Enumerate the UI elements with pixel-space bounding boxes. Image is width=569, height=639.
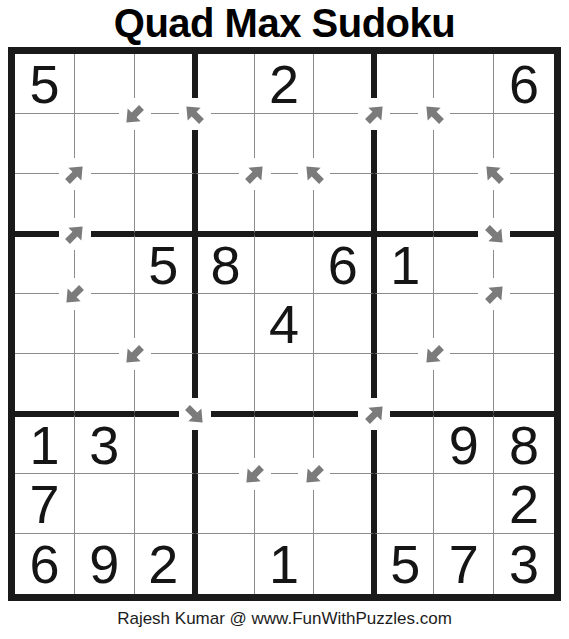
cell-r8c8[interactable]: [434, 474, 494, 534]
cell-r1c9[interactable]: 6: [494, 54, 554, 114]
cell-r7c1[interactable]: 1: [15, 414, 75, 474]
puzzle-title: Quad Max Sudoku: [0, 0, 569, 46]
cell-r7c9[interactable]: 8: [494, 414, 554, 474]
cell-r5c5[interactable]: 4: [255, 294, 315, 354]
quad-max-arrow-sw-icon: [119, 338, 151, 370]
cell-r4c4[interactable]: 8: [195, 234, 255, 294]
cell-r1c1[interactable]: 5: [15, 54, 75, 114]
cell-r9c3[interactable]: 2: [135, 534, 195, 594]
cell-r3c7[interactable]: [374, 174, 434, 234]
cell-r4c7[interactable]: 1: [374, 234, 434, 294]
cell-r9c2[interactable]: 9: [75, 534, 135, 594]
cell-r5c6[interactable]: [314, 294, 374, 354]
cell-r9c4[interactable]: [195, 534, 255, 594]
cell-r9c7[interactable]: 5: [374, 534, 434, 594]
quad-max-arrow-sw-icon: [59, 278, 91, 310]
cell-r9c1[interactable]: 6: [15, 534, 75, 594]
cell-r9c6[interactable]: [314, 534, 374, 594]
quad-max-arrow-nw-icon: [418, 98, 450, 130]
quad-max-arrow-ne-icon: [358, 398, 390, 430]
cell-r9c9[interactable]: 3: [494, 534, 554, 594]
quad-max-arrow-sw-icon: [239, 458, 271, 490]
cell-r9c8[interactable]: 7: [434, 534, 494, 594]
sudoku-board: 526586141398726921573: [8, 47, 561, 601]
cell-r1c5[interactable]: 2: [255, 54, 315, 114]
page: Quad Max Sudoku 526586141398726921573 Ra…: [0, 0, 569, 639]
quad-max-arrow-ne-icon: [59, 218, 91, 250]
cell-r4c6[interactable]: 6: [314, 234, 374, 294]
quad-max-arrow-se-icon: [478, 218, 510, 250]
cell-r5c4[interactable]: [195, 294, 255, 354]
cell-r9c5[interactable]: 1: [255, 534, 315, 594]
cell-r4c5[interactable]: [255, 234, 315, 294]
cell-r6c1[interactable]: [15, 354, 75, 414]
quad-max-arrow-sw-icon: [298, 458, 330, 490]
cell-r7c2[interactable]: 3: [75, 414, 135, 474]
quad-max-arrow-ne-icon: [59, 158, 91, 190]
cell-r8c2[interactable]: [75, 474, 135, 534]
cell-r6c9[interactable]: [494, 354, 554, 414]
quad-max-arrow-sw-icon: [418, 338, 450, 370]
cell-r4c3[interactable]: 5: [135, 234, 195, 294]
cell-r8c3[interactable]: [135, 474, 195, 534]
quad-max-arrow-nw-icon: [298, 158, 330, 190]
quad-max-arrow-sw-icon: [119, 98, 151, 130]
quad-max-arrow-ne-icon: [478, 278, 510, 310]
quad-max-arrow-nw-icon: [478, 158, 510, 190]
credit-text: Rajesh Kumar @ www.FunWithPuzzles.com: [0, 603, 569, 635]
cell-r8c9[interactable]: 2: [494, 474, 554, 534]
cell-r3c3[interactable]: [135, 174, 195, 234]
cell-r8c7[interactable]: [374, 474, 434, 534]
cell-r7c8[interactable]: 9: [434, 414, 494, 474]
quad-max-arrow-ne-icon: [358, 98, 390, 130]
cell-r8c1[interactable]: 7: [15, 474, 75, 534]
quad-max-arrow-se-icon: [179, 398, 211, 430]
quad-max-arrow-ne-icon: [239, 158, 271, 190]
quad-max-arrow-nw-icon: [179, 98, 211, 130]
cell-r6c5[interactable]: [255, 354, 315, 414]
